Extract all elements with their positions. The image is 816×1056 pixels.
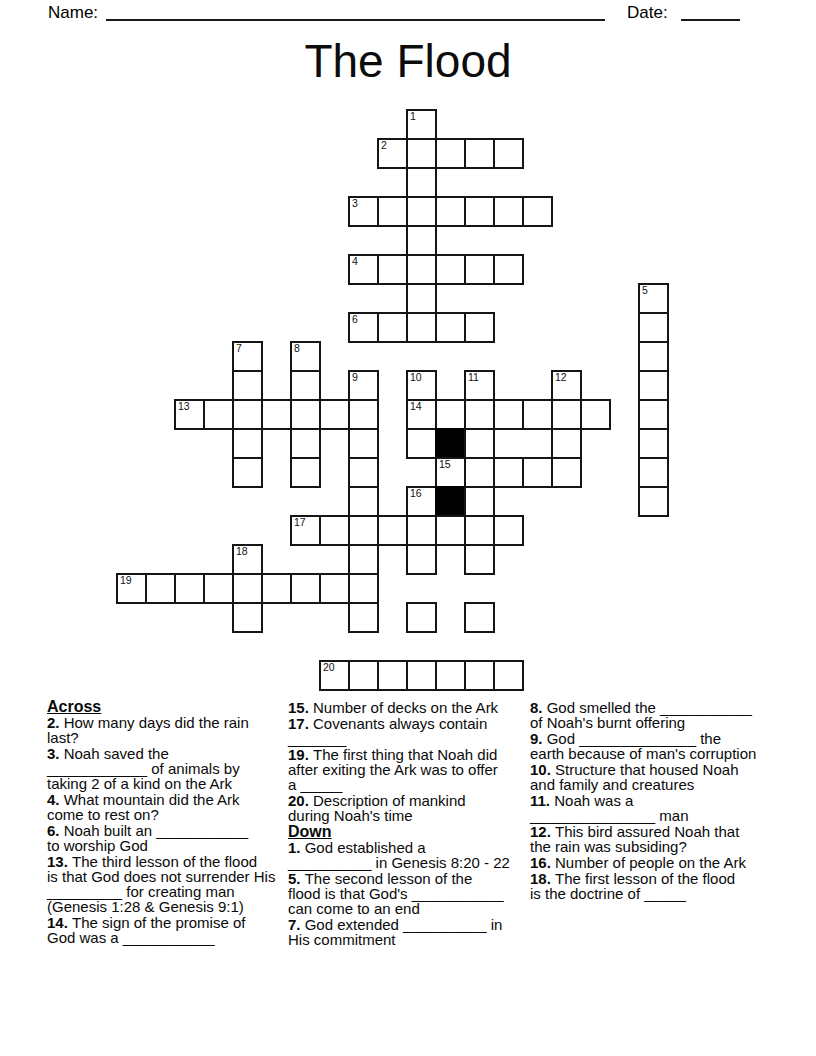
clue-text: The second lesson of the flood is that G… [288,870,504,917]
cell-number-6: 6 [352,313,358,325]
grid-cell-r6c10[interactable] [406,283,437,314]
grid-cell-r9c10[interactable]: 10 [406,370,437,401]
grid-cell-r1c11[interactable] [435,138,466,169]
clue-down-5: 5. The second lesson of the flood is tha… [288,871,528,916]
grid-cell-r19c9[interactable] [377,660,408,691]
clue-text: Noah built an ___________ to worship God [47,822,248,854]
grid-cell-r13c8[interactable] [348,486,379,517]
cell-number-13: 13 [178,400,190,412]
grid-cell-r14c8[interactable] [348,515,379,546]
grid-cell-r7c9[interactable] [377,312,408,343]
grid-cell-r19c11[interactable] [435,660,466,691]
grid-cell-r3c9[interactable] [377,196,408,227]
clue-text: God established a __________ in Genesis … [288,839,510,871]
grid-cell-r7c11[interactable] [435,312,466,343]
name-label: Name: [48,3,98,23]
grid-cell-r10c18[interactable] [638,399,669,430]
grid-cell-r8c4[interactable]: 7 [232,341,263,372]
cell-number-5: 5 [642,284,648,296]
clue-down-11: 11. Noah was a _______________ man [530,793,774,823]
clue-across-15: 15. Number of decks on the Ark [288,700,528,715]
clue-across-17: 17. Covenants always contain _______ [288,716,528,746]
grid-cell-r13c18[interactable] [638,486,669,517]
grid-cell-r14c12[interactable] [464,515,495,546]
clue-down-7: 7. God extended __________ in His commit… [288,917,528,947]
clue-text: Noah was a _______________ man [530,792,688,824]
clue-column-1: Across2. How many days did the rain last… [47,699,299,946]
grid-cell-r13c12[interactable] [464,486,495,517]
grid-cell-r12c18[interactable] [638,457,669,488]
grid-cell-r1c10[interactable] [406,138,437,169]
grid-cell-r10c16[interactable] [580,399,611,430]
grid-cell-r11c8[interactable] [348,428,379,459]
grid-cell-r16c4[interactable] [232,573,263,604]
grid-cell-r5c13[interactable] [493,254,524,285]
grid-cell-r9c4[interactable] [232,370,263,401]
cell-number-4: 4 [352,255,358,267]
grid-cell-r12c6[interactable] [290,457,321,488]
grid-cell-r3c13[interactable] [493,196,524,227]
grid-cell-r6c18[interactable]: 5 [638,283,669,314]
grid-cell-r3c14[interactable] [522,196,553,227]
cell-number-10: 10 [410,371,422,383]
cell-number-16: 16 [410,487,422,499]
grid-cell-r10c8[interactable] [348,399,379,430]
grid-cell-r19c7[interactable]: 20 [319,660,350,691]
across-header: Across [47,699,299,714]
grid-cell-r10c15[interactable] [551,399,582,430]
clue-across-20: 20. Description of mankind during Noah's… [288,793,528,823]
grid-cell-r15c4[interactable]: 18 [232,544,263,575]
grid-cell-r7c12[interactable] [464,312,495,343]
grid-cell-r14c10[interactable] [406,515,437,546]
grid-cell-r5c12[interactable] [464,254,495,285]
clue-across-19: 19. The first thing that Noah did after … [288,747,528,792]
grid-cell-r8c6[interactable]: 8 [290,341,321,372]
grid-cell-r5c10[interactable] [406,254,437,285]
grid-cell-r2c10[interactable] [406,167,437,198]
cell-number-14: 14 [410,400,422,412]
clue-down-12: 12. This bird assured Noah that the rain… [530,824,774,854]
clue-text: Covenants always contain _______ [288,715,487,747]
cell-number-7: 7 [236,342,242,354]
clue-down-18: 18. The first lesson of the flood is the… [530,871,774,901]
grid-cell-r10c5[interactable] [261,399,292,430]
clue-text: Number of decks on the Ark [313,699,498,716]
date-label: Date: [627,3,668,23]
grid-cell-r16c7[interactable] [319,573,350,604]
grid-cell-r10c11[interactable] [435,399,466,430]
clue-text: Description of mankind during Noah's tim… [288,792,466,824]
grid-cell-r16c1[interactable] [145,573,176,604]
grid-cell-r13c10[interactable]: 16 [406,486,437,517]
grid-cell-r9c12[interactable]: 11 [464,370,495,401]
grid-cell-r9c15[interactable]: 12 [551,370,582,401]
grid-cell-r19c12[interactable] [464,660,495,691]
grid-cell-r15c12[interactable] [464,544,495,575]
cell-number-3: 3 [352,197,358,209]
grid-cell-r7c8[interactable]: 6 [348,312,379,343]
grid-cell-r16c5[interactable] [261,573,292,604]
grid-cell-r3c12[interactable] [464,196,495,227]
grid-cell-r5c11[interactable] [435,254,466,285]
grid-cell-r5c8[interactable]: 4 [348,254,379,285]
grid-cell-r7c18[interactable] [638,312,669,343]
clue-column-3: 8. God smelled the ___________ of Noah's… [530,700,774,902]
grid-cell-r16c6[interactable] [290,573,321,604]
grid-cell-r10c2[interactable]: 13 [174,399,205,430]
grid-cell-r10c10[interactable]: 14 [406,399,437,430]
clue-across-2: 2. How many days did the rain last? [47,715,299,745]
grid-cell-r19c8[interactable] [348,660,379,691]
clue-number: 16. [530,854,555,871]
clue-text: Structure that housed Noah and family an… [530,761,738,793]
grid-cell-r12c8[interactable] [348,457,379,488]
clue-text: What mountain did the Ark come to rest o… [47,791,240,823]
grid-cell-r1c9[interactable]: 2 [377,138,408,169]
clue-down-1: 1. God established a __________ in Genes… [288,840,528,870]
grid-cell-r1c13[interactable] [493,138,524,169]
grid-cell-r0c10[interactable]: 1 [406,109,437,140]
grid-cell-r11c12[interactable] [464,428,495,459]
cell-number-2: 2 [381,139,387,151]
grid-cell-r12c13[interactable] [493,457,524,488]
clue-number: 15. [288,699,313,716]
clue-down-10: 10. Structure that housed Noah and famil… [530,762,774,792]
grid-cell-r9c18[interactable] [638,370,669,401]
grid-cell-r17c4[interactable] [232,602,263,633]
cell-number-15: 15 [439,458,451,470]
cell-number-9: 9 [352,371,358,383]
clue-across-14: 14. The sign of the promise of God was a… [47,915,299,945]
clue-text: The first thing that Noah did after exit… [288,746,498,793]
down-header: Down [288,824,528,839]
grid-cell-r5c9[interactable] [377,254,408,285]
grid-cell-r17c12[interactable] [464,602,495,633]
grid-cell-r15c10[interactable] [406,544,437,575]
grid-cell-black-r11c11 [435,428,466,459]
grid-cell-r9c6[interactable] [290,370,321,401]
cell-number-20: 20 [323,661,335,673]
cell-number-17: 17 [294,516,306,528]
grid-cell-r12c4[interactable] [232,457,263,488]
grid-cell-r9c8[interactable]: 9 [348,370,379,401]
grid-cell-r14c11[interactable] [435,515,466,546]
clue-text: Number of people on the Ark [555,854,746,871]
grid-cell-r14c13[interactable] [493,515,524,546]
name-blank-line[interactable] [106,19,605,21]
clue-across-6: 6. Noah built an ___________ to worship … [47,823,299,853]
grid-cell-r14c9[interactable] [377,515,408,546]
cell-number-8: 8 [294,342,300,354]
clue-across-13: 13. The third lesson of the flood is tha… [47,854,299,914]
clue-text: How many days did the rain last? [47,714,249,746]
clue-text: This bird assured Noah that the rain was… [530,823,739,855]
cell-number-19: 19 [120,574,132,586]
grid-cell-r12c11[interactable]: 15 [435,457,466,488]
grid-cell-r10c7[interactable] [319,399,350,430]
clue-column-2: 15. Number of decks on the Ark17. Covena… [288,700,528,948]
grid-cell-r3c8[interactable]: 3 [348,196,379,227]
grid-cell-r10c3[interactable] [203,399,234,430]
crossword-grid: 1234567891011121314151617181920 [117,110,668,690]
clue-text: The first lesson of the flood is the doc… [530,870,735,902]
grid-cell-r11c4[interactable] [232,428,263,459]
clue-text: The sign of the promise of God was a ___… [47,914,245,946]
grid-cell-r11c18[interactable] [638,428,669,459]
grid-cell-r10c13[interactable] [493,399,524,430]
cell-number-12: 12 [555,371,567,383]
grid-cell-r16c8[interactable] [348,573,379,604]
grid-cell-r15c8[interactable] [348,544,379,575]
grid-cell-r4c10[interactable] [406,225,437,256]
clue-down-16: 16. Number of people on the Ark [530,855,774,870]
clue-text: Noah saved the ____________ of animals b… [47,745,240,792]
grid-cell-r17c8[interactable] [348,602,379,633]
clue-down-9: 9. God ______________ the earth because … [530,731,774,761]
date-blank-line[interactable] [681,19,740,21]
grid-cell-r10c4[interactable] [232,399,263,430]
clue-text: God ______________ the earth because of … [530,730,756,762]
clue-text: The third lesson of the flood is that Go… [47,853,275,915]
grid-cell-r11c15[interactable] [551,428,582,459]
grid-cell-r16c3[interactable] [203,573,234,604]
grid-cell-r16c0[interactable]: 19 [116,573,147,604]
grid-cell-r3c11[interactable] [435,196,466,227]
clue-text: God smelled the ___________ of Noah's bu… [530,699,752,731]
grid-cell-r17c10[interactable] [406,602,437,633]
grid-cell-r16c2[interactable] [174,573,205,604]
grid-cell-r12c14[interactable] [522,457,553,488]
cell-number-18: 18 [236,545,248,557]
grid-cell-r11c6[interactable] [290,428,321,459]
grid-cell-r12c12[interactable] [464,457,495,488]
grid-cell-r10c6[interactable] [290,399,321,430]
grid-cell-r7c10[interactable] [406,312,437,343]
grid-cell-r14c7[interactable] [319,515,350,546]
grid-cell-r19c10[interactable] [406,660,437,691]
grid-cell-r8c18[interactable] [638,341,669,372]
grid-cell-r3c10[interactable] [406,196,437,227]
clue-across-4: 4. What mountain did the Ark come to res… [47,792,299,822]
grid-cell-r12c15[interactable] [551,457,582,488]
cell-number-11: 11 [468,371,479,383]
grid-cell-r14c6[interactable]: 17 [290,515,321,546]
grid-cell-r19c13[interactable] [493,660,524,691]
clue-down-8: 8. God smelled the ___________ of Noah's… [530,700,774,730]
puzzle-title: The Flood [0,34,816,88]
clue-across-3: 3. Noah saved the ____________ of animal… [47,746,299,791]
crossword-worksheet: { "game": "crossword", "header": { "name… [0,0,816,1056]
cell-number-1: 1 [410,110,416,122]
grid-cell-r11c10[interactable] [406,428,437,459]
clue-text: God extended __________ in His commitmen… [288,916,502,948]
grid-cell-black-r13c11 [435,486,466,517]
grid-cell-r1c12[interactable] [464,138,495,169]
grid-cell-r10c12[interactable] [464,399,495,430]
grid-cell-r10c14[interactable] [522,399,553,430]
